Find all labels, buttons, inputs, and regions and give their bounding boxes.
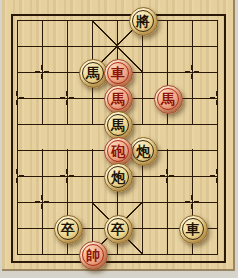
xiangqi-board: 將馬車馬馬馬炮砲炮卒卒車帥	[2, 0, 235, 271]
piece-ring: 馬	[157, 88, 179, 110]
piece-character: 將	[136, 14, 150, 28]
piece-character: 馬	[86, 66, 100, 80]
piece-ring: 將	[132, 10, 154, 32]
piece-ring: 卒	[107, 218, 129, 240]
piece-character: 炮	[136, 144, 150, 158]
piece-red-cannon[interactable]: 砲	[104, 137, 133, 166]
piece-character: 馬	[111, 118, 125, 132]
point-marker	[60, 91, 74, 105]
board-left-edge-line	[17, 20, 18, 255]
piece-character: 馬	[111, 92, 125, 106]
piece-character: 車	[111, 66, 125, 80]
point-marker	[10, 169, 24, 183]
piece-character: 帥	[86, 248, 100, 262]
piece-character: 砲	[111, 144, 125, 158]
point-marker	[210, 169, 224, 183]
piece-black-soldier[interactable]: 卒	[54, 215, 83, 244]
piece-ring: 炮	[107, 166, 129, 188]
piece-character: 卒	[61, 222, 75, 236]
piece-ring: 馬	[82, 62, 104, 84]
piece-ring: 馬	[107, 114, 129, 136]
piece-ring: 卒	[57, 218, 79, 240]
piece-black-horse[interactable]: 馬	[104, 111, 133, 140]
point-marker	[35, 65, 49, 79]
piece-ring: 炮	[132, 140, 154, 162]
piece-red-horse[interactable]: 馬	[154, 85, 183, 114]
piece-ring: 車	[107, 62, 129, 84]
point-marker	[185, 65, 199, 79]
piece-ring: 帥	[82, 244, 104, 266]
piece-red-chariot[interactable]: 車	[104, 59, 133, 88]
piece-red-general[interactable]: 帥	[79, 241, 108, 270]
piece-ring: 車	[182, 218, 204, 240]
piece-black-general[interactable]: 將	[129, 7, 158, 36]
piece-black-cannon[interactable]: 炮	[129, 137, 158, 166]
board-right-edge-line	[217, 20, 218, 255]
piece-character: 卒	[111, 222, 125, 236]
piece-character: 炮	[111, 170, 125, 184]
piece-ring: 砲	[107, 140, 129, 162]
point-marker	[210, 91, 224, 105]
piece-black-soldier[interactable]: 卒	[104, 215, 133, 244]
piece-character: 車	[186, 222, 200, 236]
point-marker	[35, 195, 49, 209]
xiangqi-app-window: 將馬車馬馬馬炮砲炮卒卒車帥	[0, 0, 238, 278]
point-marker	[60, 169, 74, 183]
point-marker	[10, 91, 24, 105]
piece-black-cannon[interactable]: 炮	[104, 163, 133, 192]
piece-red-horse[interactable]: 馬	[104, 85, 133, 114]
piece-black-chariot[interactable]: 車	[179, 215, 208, 244]
point-marker	[185, 195, 199, 209]
point-marker	[160, 169, 174, 183]
piece-ring: 馬	[107, 88, 129, 110]
piece-character: 馬	[161, 92, 175, 106]
